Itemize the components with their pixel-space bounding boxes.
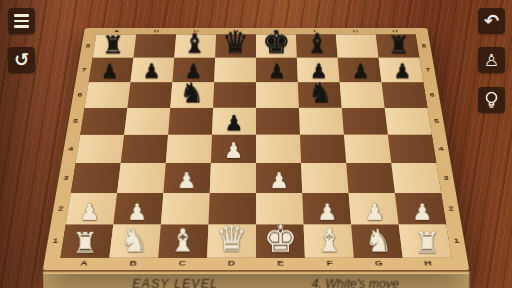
square-c8[interactable]: ♝ [174,34,216,57]
level-label: EASY LEVEL [132,277,218,288]
square-e6[interactable] [256,82,299,108]
white-bishop-c1[interactable]: ♝ [158,225,207,257]
square-a7[interactable]: ♟ [89,58,134,82]
square-c1[interactable]: ♝ [158,224,208,257]
pawn-icon: ♙ [484,52,499,69]
square-h6[interactable] [381,82,427,108]
square-a2[interactable]: ♟ [66,193,117,224]
black-rook-a8[interactable]: ♜ [93,33,134,57]
square-f5[interactable] [299,108,344,135]
move-status: 4. White's move [311,277,398,288]
black-pawn-a7[interactable]: ♟ [89,62,131,82]
file-label-b: B [108,258,158,271]
white-pawn-b2[interactable]: ♟ [113,201,161,224]
square-e3[interactable]: ♟ [256,163,302,193]
square-a3[interactable] [71,163,121,193]
square-g5[interactable] [342,108,388,135]
square-a6[interactable] [85,82,131,108]
square-h8[interactable]: ♜ [376,34,420,57]
square-h7[interactable]: ♟ [379,58,424,82]
square-a1[interactable]: ♜ [60,224,113,257]
square-h3[interactable] [391,163,441,193]
file-label-a: A [58,258,109,271]
square-b7[interactable]: ♟ [131,58,175,82]
square-e4[interactable] [256,135,301,163]
chess-app-screen: ↺ ↶ ♙ ABCDEFGH 87654321 87654321 ♜♝♛♚♝♜♟… [0,0,512,288]
square-f1[interactable]: ♝ [304,224,354,257]
lightbulb-icon [484,91,499,110]
white-rook-h1[interactable]: ♜ [403,228,452,257]
undo-icon: ↶ [484,12,499,30]
square-d8[interactable]: ♛ [215,34,256,57]
black-pawn-b7[interactable]: ♟ [131,62,173,82]
white-knight-b1[interactable]: ♞ [109,226,158,257]
square-f3[interactable] [301,163,348,193]
square-d7[interactable] [214,58,256,82]
undo-button[interactable]: ↶ [478,8,505,34]
square-g3[interactable] [346,163,395,193]
square-b3[interactable] [117,163,166,193]
white-pawn-e3[interactable]: ♟ [256,170,302,192]
white-pawn-h2[interactable]: ♟ [399,201,447,224]
square-c5[interactable] [168,108,213,135]
file-label-h: H [403,258,454,271]
square-g6[interactable] [340,82,385,108]
white-pawn-d4[interactable]: ♟ [211,141,256,163]
white-pawn-c3[interactable]: ♟ [163,170,209,192]
black-king-e8[interactable]: ♚ [256,26,297,58]
square-g7[interactable]: ♟ [338,58,382,82]
square-g1[interactable]: ♞ [351,224,403,257]
square-d6[interactable] [213,82,256,108]
restart-icon: ↺ [14,51,29,69]
player-side-button[interactable]: ♙ [478,47,505,73]
white-king-e1[interactable]: ♚ [256,219,305,257]
black-pawn-g7[interactable]: ♟ [340,62,382,82]
square-b6[interactable] [127,82,172,108]
square-e7[interactable]: ♟ [256,58,298,82]
square-c4[interactable] [166,135,212,163]
black-pawn-h7[interactable]: ♟ [381,62,423,82]
square-d1[interactable]: ♛ [207,224,256,257]
square-e5[interactable] [256,108,300,135]
black-knight-f6[interactable]: ♞ [299,80,342,107]
restart-button[interactable]: ↺ [8,47,35,73]
file-label-g: G [354,258,404,271]
square-b2[interactable]: ♟ [113,193,163,224]
square-b4[interactable] [121,135,168,163]
square-h2[interactable]: ♟ [395,193,446,224]
file-label-d: D [207,258,256,271]
square-a4[interactable] [76,135,125,163]
black-queen-d8[interactable]: ♛ [215,27,256,57]
square-h4[interactable] [388,135,437,163]
file-label-e: E [256,258,305,271]
square-e1[interactable]: ♚ [256,224,305,257]
black-pawn-d5[interactable]: ♟ [212,113,256,134]
square-f2[interactable]: ♟ [302,193,351,224]
square-a5[interactable] [80,108,127,135]
square-d5[interactable]: ♟ [212,108,256,135]
square-c3[interactable]: ♟ [163,163,210,193]
file-labels-bottom: ABCDEFGH [58,258,453,271]
square-g8[interactable] [336,34,379,57]
white-pawn-a2[interactable]: ♟ [66,201,114,224]
square-c6[interactable]: ♞ [170,82,214,108]
square-g2[interactable]: ♟ [349,193,399,224]
black-bishop-f8[interactable]: ♝ [297,30,338,57]
black-knight-c6[interactable]: ♞ [170,80,213,107]
square-b1[interactable]: ♞ [109,224,161,257]
white-pawn-f2[interactable]: ♟ [304,201,352,224]
hamburger-icon [14,14,29,17]
black-rook-h8[interactable]: ♜ [378,33,419,57]
square-f6[interactable]: ♞ [298,82,342,108]
square-h1[interactable]: ♜ [399,224,452,257]
board-grid: ♜♝♛♚♝♜♟♟♟♟♟♟♟♞♞♟♟♟♟♟♟♟♟♟♜♞♝♛♚♝♞♜ [60,34,451,257]
black-bishop-c8[interactable]: ♝ [174,30,215,57]
white-rook-a1[interactable]: ♜ [61,228,110,257]
square-f4[interactable] [300,135,346,163]
square-d3[interactable] [210,163,256,193]
hint-button[interactable] [478,87,505,113]
square-h5[interactable] [385,108,432,135]
square-f8[interactable]: ♝ [296,34,338,57]
square-g4[interactable] [344,135,391,163]
menu-button[interactable] [8,8,35,34]
chess-board: ABCDEFGH 87654321 87654321 ♜♝♛♚♝♜♟♟♟♟♟♟♟… [43,28,470,270]
white-queen-d1[interactable]: ♛ [207,221,256,257]
square-b8[interactable] [133,34,176,57]
file-label-c: C [157,258,207,271]
square-b5[interactable] [124,108,170,135]
white-knight-g1[interactable]: ♞ [354,226,403,257]
square-a8[interactable]: ♜ [93,34,137,57]
file-label-f: F [305,258,355,271]
white-bishop-f1[interactable]: ♝ [305,225,354,257]
square-e8[interactable]: ♚ [256,34,297,57]
square-d4[interactable]: ♟ [211,135,256,163]
square-c2[interactable] [161,193,210,224]
board-front-face: EASY LEVEL 4. White's move [43,270,470,288]
white-pawn-g2[interactable]: ♟ [351,201,399,224]
black-pawn-e7[interactable]: ♟ [256,62,298,82]
